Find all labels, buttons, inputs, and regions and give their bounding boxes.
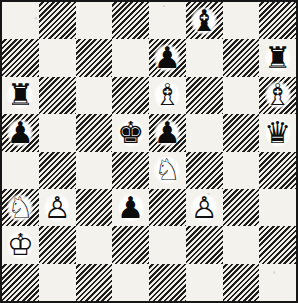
square-c3[interactable] — [76, 189, 113, 226]
square-d6[interactable] — [112, 77, 149, 114]
chess-board: ♝♟♜♜♗♗♟♚♟♛♘♘♙♟♙♔ — [0, 0, 298, 303]
square-a1[interactable] — [2, 264, 39, 301]
square-c1[interactable] — [76, 264, 113, 301]
square-b3[interactable]: ♙ — [39, 189, 76, 226]
square-b5[interactable] — [39, 114, 76, 151]
square-a5[interactable]: ♟ — [2, 114, 39, 151]
square-e7[interactable]: ♟ — [149, 39, 186, 76]
piece-white-bishop: ♗ — [151, 78, 183, 112]
square-d2[interactable] — [112, 226, 149, 263]
square-h4[interactable] — [259, 152, 296, 189]
piece-black-rook: ♜ — [4, 78, 36, 112]
square-g6[interactable] — [223, 77, 260, 114]
square-e1[interactable] — [149, 264, 186, 301]
square-a3[interactable]: ♘ — [2, 189, 39, 226]
square-f1[interactable] — [186, 264, 223, 301]
square-h7[interactable]: ♜ — [259, 39, 296, 76]
piece-black-king: ♚ — [115, 116, 147, 150]
scanned-chess-diagram: ♝♟♜♜♗♗♟♚♟♛♘♘♙♟♙♔ — [0, 0, 298, 303]
square-f6[interactable] — [186, 77, 223, 114]
square-b2[interactable] — [39, 226, 76, 263]
square-f4[interactable] — [186, 152, 223, 189]
square-d8[interactable] — [112, 2, 149, 39]
square-g5[interactable] — [223, 114, 260, 151]
piece-white-bishop: ♗ — [262, 78, 294, 112]
square-g8[interactable] — [223, 2, 260, 39]
square-c8[interactable] — [76, 2, 113, 39]
piece-white-knight: ♘ — [4, 191, 36, 225]
square-h3[interactable] — [259, 189, 296, 226]
piece-white-king: ♔ — [4, 228, 36, 262]
square-b8[interactable] — [39, 2, 76, 39]
square-g3[interactable] — [223, 189, 260, 226]
piece-white-pawn: ♙ — [41, 191, 73, 225]
square-d3[interactable]: ♟ — [112, 189, 149, 226]
square-b1[interactable] — [39, 264, 76, 301]
square-h6[interactable]: ♗ — [259, 77, 296, 114]
square-c6[interactable] — [76, 77, 113, 114]
square-g7[interactable] — [223, 39, 260, 76]
square-a7[interactable] — [2, 39, 39, 76]
piece-white-knight: ♘ — [151, 153, 183, 187]
square-e6[interactable]: ♗ — [149, 77, 186, 114]
square-g4[interactable] — [223, 152, 260, 189]
square-g2[interactable] — [223, 226, 260, 263]
square-f2[interactable] — [186, 226, 223, 263]
piece-black-pawn: ♟ — [151, 116, 183, 150]
square-e8[interactable] — [149, 2, 186, 39]
square-c5[interactable] — [76, 114, 113, 151]
square-e5[interactable]: ♟ — [149, 114, 186, 151]
square-e4[interactable]: ♘ — [149, 152, 186, 189]
piece-black-queen: ♛ — [262, 116, 294, 150]
square-d7[interactable] — [112, 39, 149, 76]
square-d4[interactable] — [112, 152, 149, 189]
square-b6[interactable] — [39, 77, 76, 114]
piece-black-pawn: ♟ — [4, 116, 36, 150]
square-h5[interactable]: ♛ — [259, 114, 296, 151]
square-c4[interactable] — [76, 152, 113, 189]
square-a8[interactable] — [2, 2, 39, 39]
square-f7[interactable] — [186, 39, 223, 76]
piece-black-rook: ♜ — [262, 41, 294, 75]
piece-black-pawn: ♟ — [151, 41, 183, 75]
square-h1[interactable] — [259, 264, 296, 301]
square-d5[interactable]: ♚ — [112, 114, 149, 151]
piece-white-pawn: ♙ — [188, 191, 220, 225]
square-a6[interactable]: ♜ — [2, 77, 39, 114]
square-h2[interactable] — [259, 226, 296, 263]
piece-black-pawn: ♟ — [115, 191, 147, 225]
square-a4[interactable] — [2, 152, 39, 189]
square-f3[interactable]: ♙ — [186, 189, 223, 226]
square-h8[interactable] — [259, 2, 296, 39]
square-d1[interactable] — [112, 264, 149, 301]
square-b4[interactable] — [39, 152, 76, 189]
square-f5[interactable] — [186, 114, 223, 151]
square-c7[interactable] — [76, 39, 113, 76]
square-b7[interactable] — [39, 39, 76, 76]
piece-black-bishop: ♝ — [188, 4, 220, 38]
square-e2[interactable] — [149, 226, 186, 263]
square-g1[interactable] — [223, 264, 260, 301]
square-a2[interactable]: ♔ — [2, 226, 39, 263]
square-f8[interactable]: ♝ — [186, 2, 223, 39]
square-c2[interactable] — [76, 226, 113, 263]
square-e3[interactable] — [149, 189, 186, 226]
